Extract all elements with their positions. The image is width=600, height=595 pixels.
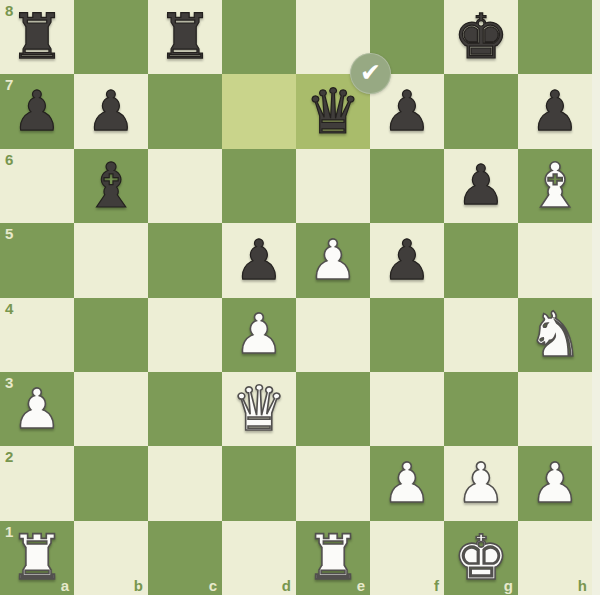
square-e6[interactable] (296, 149, 370, 223)
file-label-h: h (578, 577, 587, 594)
square-b4[interactable] (74, 298, 148, 372)
black-pawn-a7[interactable]: ♟ (0, 74, 74, 148)
square-d1[interactable]: d (222, 521, 296, 595)
square-g8[interactable]: ♚ (444, 0, 518, 74)
black-bishop-b6[interactable]: ♝ (74, 149, 148, 223)
square-c7[interactable] (148, 74, 222, 148)
square-h5[interactable] (518, 223, 592, 297)
square-b8[interactable] (74, 0, 148, 74)
square-a2[interactable]: 2 (0, 446, 74, 520)
white-queen-d3[interactable]: ♛ (222, 372, 296, 446)
file-label-f: f (434, 577, 439, 594)
square-e5[interactable]: ♟ (296, 223, 370, 297)
square-g5[interactable] (444, 223, 518, 297)
square-c4[interactable] (148, 298, 222, 372)
square-f4[interactable] (370, 298, 444, 372)
square-c2[interactable] (148, 446, 222, 520)
square-h6[interactable]: ♝ (518, 149, 592, 223)
square-h3[interactable] (518, 372, 592, 446)
white-pawn-h2[interactable]: ♟ (518, 446, 592, 520)
square-g3[interactable] (444, 372, 518, 446)
square-g6[interactable]: ♟ (444, 149, 518, 223)
square-b3[interactable] (74, 372, 148, 446)
square-d5[interactable]: ♟ (222, 223, 296, 297)
square-g7[interactable] (444, 74, 518, 148)
check-icon: ✔ (360, 60, 381, 85)
file-label-b: b (134, 577, 143, 594)
white-pawn-a3[interactable]: ♟ (0, 372, 74, 446)
square-a5[interactable]: 5 (0, 223, 74, 297)
square-e1[interactable]: e♜ (296, 521, 370, 595)
square-d3[interactable]: ♛ (222, 372, 296, 446)
rank-label-4: 4 (5, 300, 13, 317)
white-bishop-h6[interactable]: ♝ (518, 149, 592, 223)
square-g1[interactable]: g♚ (444, 521, 518, 595)
square-f6[interactable] (370, 149, 444, 223)
square-h2[interactable]: ♟ (518, 446, 592, 520)
black-pawn-d5[interactable]: ♟ (222, 223, 296, 297)
square-f1[interactable]: f (370, 521, 444, 595)
black-pawn-b7[interactable]: ♟ (74, 74, 148, 148)
square-e3[interactable] (296, 372, 370, 446)
square-g4[interactable] (444, 298, 518, 372)
rank-label-6: 6 (5, 151, 13, 168)
white-rook-a1[interactable]: ♜ (0, 521, 74, 595)
white-rook-e1[interactable]: ♜ (296, 521, 370, 595)
chess-board-screenshot: 8♜♜♚7♟♟♛♟♟6♝♟♝5♟♟♟4♟♞3♟♛2♟♟♟1a♜bcde♜fg♚h… (0, 0, 600, 595)
square-e2[interactable] (296, 446, 370, 520)
file-label-d: d (282, 577, 291, 594)
square-d6[interactable] (222, 149, 296, 223)
square-h7[interactable]: ♟ (518, 74, 592, 148)
square-d8[interactable] (222, 0, 296, 74)
square-g2[interactable]: ♟ (444, 446, 518, 520)
black-pawn-f5[interactable]: ♟ (370, 223, 444, 297)
square-c8[interactable]: ♜ (148, 0, 222, 74)
square-b1[interactable]: b (74, 521, 148, 595)
square-b5[interactable] (74, 223, 148, 297)
square-h8[interactable] (518, 0, 592, 74)
square-b6[interactable]: ♝ (74, 149, 148, 223)
square-c1[interactable]: c (148, 521, 222, 595)
black-pawn-g6[interactable]: ♟ (444, 149, 518, 223)
square-f2[interactable]: ♟ (370, 446, 444, 520)
square-a8[interactable]: 8♜ (0, 0, 74, 74)
square-f3[interactable] (370, 372, 444, 446)
square-d4[interactable]: ♟ (222, 298, 296, 372)
square-d2[interactable] (222, 446, 296, 520)
white-pawn-g2[interactable]: ♟ (444, 446, 518, 520)
square-c6[interactable] (148, 149, 222, 223)
square-c3[interactable] (148, 372, 222, 446)
black-rook-a8[interactable]: ♜ (0, 0, 74, 74)
correct-move-badge: ✔ (350, 53, 391, 94)
rank-label-2: 2 (5, 448, 13, 465)
square-e4[interactable] (296, 298, 370, 372)
white-pawn-d4[interactable]: ♟ (222, 298, 296, 372)
square-f5[interactable]: ♟ (370, 223, 444, 297)
square-d7[interactable] (222, 74, 296, 148)
chess-board: 8♜♜♚7♟♟♛♟♟6♝♟♝5♟♟♟4♟♞3♟♛2♟♟♟1a♜bcde♜fg♚h (0, 0, 592, 595)
rank-label-5: 5 (5, 225, 13, 242)
white-knight-h4[interactable]: ♞ (518, 298, 592, 372)
square-a1[interactable]: 1a♜ (0, 521, 74, 595)
white-pawn-e5[interactable]: ♟ (296, 223, 370, 297)
black-pawn-h7[interactable]: ♟ (518, 74, 592, 148)
square-h4[interactable]: ♞ (518, 298, 592, 372)
square-h1[interactable]: h (518, 521, 592, 595)
file-label-c: c (209, 577, 217, 594)
square-a3[interactable]: 3♟ (0, 372, 74, 446)
black-rook-c8[interactable]: ♜ (148, 0, 222, 74)
square-c5[interactable] (148, 223, 222, 297)
white-pawn-f2[interactable]: ♟ (370, 446, 444, 520)
square-b2[interactable] (74, 446, 148, 520)
square-a6[interactable]: 6 (0, 149, 74, 223)
white-king-g1[interactable]: ♚ (444, 521, 518, 595)
square-b7[interactable]: ♟ (74, 74, 148, 148)
square-a7[interactable]: 7♟ (0, 74, 74, 148)
square-a4[interactable]: 4 (0, 298, 74, 372)
black-king-g8[interactable]: ♚ (444, 0, 518, 74)
